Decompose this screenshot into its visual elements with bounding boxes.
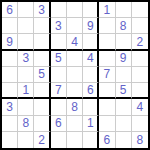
given-digit: 8 <box>22 117 29 129</box>
given-digit: 3 <box>6 101 13 113</box>
cell-r7c1[interactable]: 3 <box>2 99 18 115</box>
cell-r1c1[interactable]: 6 <box>2 2 18 18</box>
cell-r8c6[interactable]: 1 <box>83 116 99 132</box>
cell-r8c7[interactable] <box>99 116 115 132</box>
cell-r6c8[interactable]: 5 <box>116 83 132 99</box>
cell-r9c6[interactable] <box>83 132 99 148</box>
cell-r7c5[interactable]: 8 <box>67 99 83 115</box>
given-digit: 1 <box>104 4 111 16</box>
cell-r3c3[interactable] <box>34 34 50 50</box>
cell-r5c4[interactable] <box>51 67 67 83</box>
cell-r6c1[interactable] <box>2 83 18 99</box>
given-digit: 9 <box>6 36 13 48</box>
cell-r1c8[interactable] <box>116 2 132 18</box>
given-digit: 3 <box>22 52 29 64</box>
cell-r2c4[interactable]: 3 <box>51 18 67 34</box>
cell-r2c9[interactable] <box>132 18 148 34</box>
cell-r9c2[interactable] <box>18 132 34 148</box>
cell-r5c3[interactable]: 5 <box>34 67 50 83</box>
cell-r5c8[interactable] <box>116 67 132 83</box>
given-digit: 4 <box>71 36 78 48</box>
cell-r4c1[interactable] <box>2 51 18 67</box>
given-digit: 2 <box>137 36 144 48</box>
cell-r9c8[interactable] <box>116 132 132 148</box>
cell-r3c6[interactable] <box>83 34 99 50</box>
cell-r2c7[interactable] <box>99 18 115 34</box>
cell-r4c5[interactable] <box>67 51 83 67</box>
cell-r2c3[interactable] <box>34 18 50 34</box>
cell-r2c1[interactable] <box>2 18 18 34</box>
cell-r4c8[interactable]: 9 <box>116 51 132 67</box>
given-digit: 8 <box>137 134 144 146</box>
cell-r2c8[interactable]: 8 <box>116 18 132 34</box>
given-digit: 6 <box>6 4 13 16</box>
cell-r8c9[interactable] <box>132 116 148 132</box>
cell-r8c5[interactable] <box>67 116 83 132</box>
cell-r8c3[interactable] <box>34 116 50 132</box>
cell-r1c3[interactable]: 3 <box>34 2 50 18</box>
cell-r9c3[interactable]: 2 <box>34 132 50 148</box>
cell-r8c4[interactable]: 6 <box>51 116 67 132</box>
given-digit: 3 <box>55 20 62 32</box>
given-digit: 5 <box>55 52 62 64</box>
given-digit: 5 <box>38 68 45 80</box>
cell-r1c6[interactable] <box>83 2 99 18</box>
cell-r1c2[interactable] <box>18 2 34 18</box>
cell-r1c5[interactable] <box>67 2 83 18</box>
sudoku-grid: 6313989423549571765384861268 <box>0 0 150 150</box>
cell-r5c9[interactable] <box>132 67 148 83</box>
given-digit: 5 <box>120 84 127 96</box>
cell-r9c9[interactable]: 8 <box>132 132 148 148</box>
given-digit: 8 <box>71 101 78 113</box>
cell-r2c6[interactable]: 9 <box>83 18 99 34</box>
given-digit: 9 <box>120 52 127 64</box>
given-digit: 9 <box>87 20 94 32</box>
cell-r6c9[interactable] <box>132 83 148 99</box>
cell-r3c4[interactable] <box>51 34 67 50</box>
cell-r7c9[interactable]: 4 <box>132 99 148 115</box>
cell-r6c2[interactable]: 1 <box>18 83 34 99</box>
given-digit: 1 <box>87 117 94 129</box>
cell-r4c9[interactable] <box>132 51 148 67</box>
given-digit: 4 <box>87 52 94 64</box>
cell-r6c4[interactable]: 7 <box>51 83 67 99</box>
cell-r8c1[interactable] <box>2 116 18 132</box>
given-digit: 6 <box>87 84 94 96</box>
cell-r3c9[interactable]: 2 <box>132 34 148 50</box>
cell-r6c5[interactable] <box>67 83 83 99</box>
cell-r3c7[interactable] <box>99 34 115 50</box>
given-digit: 6 <box>104 134 111 146</box>
cell-r7c4[interactable] <box>51 99 67 115</box>
cell-r8c2[interactable]: 8 <box>18 116 34 132</box>
cell-r9c4[interactable] <box>51 132 67 148</box>
cell-r4c3[interactable] <box>34 51 50 67</box>
cell-r7c6[interactable] <box>83 99 99 115</box>
given-digit: 7 <box>55 84 62 96</box>
cell-r5c1[interactable] <box>2 67 18 83</box>
cell-r2c2[interactable] <box>18 18 34 34</box>
given-digit: 6 <box>55 117 62 129</box>
cell-r1c7[interactable]: 1 <box>99 2 115 18</box>
given-digit: 7 <box>104 68 111 80</box>
cell-r3c2[interactable] <box>18 34 34 50</box>
cell-r6c3[interactable] <box>34 83 50 99</box>
cell-r4c6[interactable]: 4 <box>83 51 99 67</box>
cell-r5c6[interactable] <box>83 67 99 83</box>
cell-r1c9[interactable] <box>132 2 148 18</box>
cell-r5c7[interactable]: 7 <box>99 67 115 83</box>
cell-r3c5[interactable]: 4 <box>67 34 83 50</box>
given-digit: 3 <box>38 4 45 16</box>
cell-r9c1[interactable] <box>2 132 18 148</box>
given-digit: 4 <box>137 101 144 113</box>
cell-r8c8[interactable] <box>116 116 132 132</box>
cell-r7c8[interactable] <box>116 99 132 115</box>
cell-r1c4[interactable] <box>51 2 67 18</box>
cell-r6c7[interactable] <box>99 83 115 99</box>
cell-r3c8[interactable] <box>116 34 132 50</box>
cell-r7c7[interactable] <box>99 99 115 115</box>
cell-r9c5[interactable] <box>67 132 83 148</box>
cell-r4c7[interactable] <box>99 51 115 67</box>
cell-r5c2[interactable] <box>18 67 34 83</box>
cell-r7c2[interactable] <box>18 99 34 115</box>
cell-r4c4[interactable]: 5 <box>51 51 67 67</box>
cell-r7c3[interactable] <box>34 99 50 115</box>
given-digit: 2 <box>38 134 45 146</box>
cell-r9c7[interactable]: 6 <box>99 132 115 148</box>
cell-r4c2[interactable]: 3 <box>18 51 34 67</box>
given-digit: 8 <box>120 20 127 32</box>
cell-r2c5[interactable] <box>67 18 83 34</box>
given-digit: 1 <box>22 84 29 96</box>
cell-r3c1[interactable]: 9 <box>2 34 18 50</box>
cell-r5c5[interactable] <box>67 67 83 83</box>
cell-r6c6[interactable]: 6 <box>83 83 99 99</box>
